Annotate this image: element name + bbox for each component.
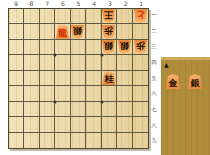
piece-hand-silver[interactable]: 銀 [188,74,202,89]
board-cell-2-2[interactable] [117,24,132,39]
shogi-board: 王と龍銀歩銀銀歩桂 [8,8,149,149]
board-cell-3-7[interactable] [102,102,117,117]
board-cell-6-4[interactable] [55,55,70,70]
board-cell-8-5[interactable] [24,71,39,86]
board-cell-5-6[interactable] [71,86,86,101]
piece-gote-tokin[interactable]: と [134,9,147,23]
board-cell-9-6[interactable] [9,86,24,101]
board-cell-3-5[interactable]: 桂 [102,71,117,86]
board-cell-4-4[interactable] [86,55,101,70]
piece-gote-king[interactable]: 王 [102,9,115,23]
board-cell-7-4[interactable] [40,55,55,70]
board-cell-6-8[interactable] [55,117,70,132]
board-cell-5-5[interactable] [71,71,86,86]
board-cell-4-8[interactable] [86,117,101,132]
file-label: 1 [133,0,149,8]
board-cell-9-2[interactable] [9,24,24,39]
board-cell-5-7[interactable] [71,102,86,117]
file-label: 3 [102,0,118,8]
board-cell-1-6[interactable] [133,86,148,101]
file-label: 8 [24,0,40,8]
board-cell-2-8[interactable] [117,117,132,132]
hoshi-dot [54,54,57,57]
rank-label: 一 [150,9,159,23]
board-cell-9-8[interactable] [9,117,24,132]
board-cell-7-2[interactable] [40,24,55,39]
komadai-sente: ▲ 金銀 [161,57,210,155]
board-cell-8-7[interactable] [24,102,39,117]
rank-label: 九 [150,134,159,148]
board-grid: 王と龍銀歩銀銀歩桂 [9,9,148,148]
board-cell-9-9[interactable] [9,133,24,148]
board-cell-5-9[interactable] [71,133,86,148]
board-cell-6-3[interactable] [55,40,70,55]
board-cell-3-3[interactable]: 銀 [102,40,117,55]
board-cell-6-7[interactable] [55,102,70,117]
board-cell-1-5[interactable] [133,71,148,86]
piece-gote-pawn-32[interactable]: 歩 [102,25,115,39]
board-cell-2-3[interactable]: 銀 [117,40,132,55]
board-cell-6-5[interactable] [55,71,70,86]
board-cell-2-1[interactable] [117,9,132,24]
board-cell-3-8[interactable] [102,117,117,132]
piece-hand-gold[interactable]: 金 [166,74,180,89]
hoshi-dot [100,100,103,103]
rank-label: 八 [150,118,159,132]
shogi-app: 987654321 一二三四五六七八九 王と龍銀歩銀銀歩桂 ▲ 金銀 [0,0,210,155]
board-cell-8-3[interactable] [24,40,39,55]
board-cell-8-1[interactable] [24,9,39,24]
sente-indicator-icon: ▲ [164,61,169,68]
board-cell-5-1[interactable] [71,9,86,24]
board-cell-9-4[interactable] [9,55,24,70]
rank-label: 三 [150,40,159,54]
board-cell-4-5[interactable] [86,71,101,86]
rank-labels: 一二三四五六七八九 [149,8,159,149]
board-cell-1-1[interactable]: と [133,9,148,24]
piece-sente-dragon[interactable]: 龍 [56,25,69,39]
board-cell-1-2[interactable] [133,24,148,39]
board-cell-8-2[interactable] [24,24,39,39]
board-cell-5-2[interactable]: 銀 [71,24,86,39]
board-cell-2-4[interactable] [117,55,132,70]
board-cell-6-9[interactable] [55,133,70,148]
file-label: 7 [39,0,55,8]
board-cell-1-9[interactable] [133,133,148,148]
board-cell-7-7[interactable] [40,102,55,117]
board-cell-8-6[interactable] [24,86,39,101]
file-labels: 987654321 [8,0,149,8]
piece-sente-knight[interactable]: 桂 [102,71,115,85]
hoshi-dot [100,54,103,57]
file-label: 5 [71,0,87,8]
board-cell-3-1[interactable]: 王 [102,9,117,24]
board-cell-9-5[interactable] [9,71,24,86]
rank-label: 六 [150,87,159,101]
rank-label: 五 [150,71,159,85]
board-cell-4-1[interactable] [86,9,101,24]
rank-label: 四 [150,56,159,70]
board-cell-5-3[interactable] [71,40,86,55]
board-cell-7-5[interactable] [40,71,55,86]
board-cell-2-7[interactable] [117,102,132,117]
board-cell-1-4[interactable] [133,55,148,70]
board-cell-4-9[interactable] [86,133,101,148]
board-cell-3-4[interactable] [102,55,117,70]
board-cell-3-2[interactable]: 歩 [102,24,117,39]
file-label: 4 [86,0,102,8]
board-cell-7-9[interactable] [40,133,55,148]
board-cell-5-4[interactable] [71,55,86,70]
board-cell-9-1[interactable] [9,9,24,24]
board-cell-4-7[interactable] [86,102,101,117]
piece-gote-silver-52[interactable]: 銀 [71,25,84,39]
board-cell-6-2[interactable]: 龍 [55,24,70,39]
file-label: 9 [8,0,24,8]
board-cell-9-7[interactable] [9,102,24,117]
board-cell-3-6[interactable] [102,86,117,101]
board-cell-5-8[interactable] [71,117,86,132]
piece-gote-silver-33[interactable]: 銀 [102,40,115,54]
board-cell-3-9[interactable] [102,133,117,148]
piece-gote-pawn-13[interactable]: 歩 [134,40,147,54]
board-cell-4-2[interactable] [86,24,101,39]
board-cell-1-8[interactable] [133,117,148,132]
board-cell-8-9[interactable] [24,133,39,148]
board-cell-2-9[interactable] [117,133,132,148]
board-cell-2-5[interactable] [117,71,132,86]
hand-pieces: 金銀 [166,74,202,89]
board-cell-7-6[interactable] [40,86,55,101]
piece-gote-silver-23[interactable]: 銀 [118,40,131,54]
file-label: 6 [55,0,71,8]
board-cell-7-3[interactable] [40,40,55,55]
board-cell-1-7[interactable] [133,102,148,117]
rank-label: 二 [150,24,159,38]
board-cell-8-4[interactable] [24,55,39,70]
board-cell-2-6[interactable] [117,86,132,101]
board-cell-8-8[interactable] [24,117,39,132]
board-cell-7-8[interactable] [40,117,55,132]
board-cell-4-3[interactable] [86,40,101,55]
board-cell-6-6[interactable] [55,86,70,101]
board-cell-1-3[interactable]: 歩 [133,40,148,55]
board-cell-6-1[interactable] [55,9,70,24]
hoshi-dot [54,100,57,103]
rank-label: 七 [150,103,159,117]
board-cell-4-6[interactable] [86,86,101,101]
board-cell-7-1[interactable] [40,9,55,24]
board-cell-9-3[interactable] [9,40,24,55]
file-label: 2 [118,0,134,8]
